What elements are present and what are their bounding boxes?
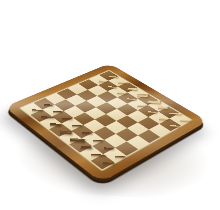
product-photo: ♜♞♟♝♟♛♟♚♟♝♟♞♟♟♜♟♟♜♟♟♞♟♝♟♛♟♚♟♝♟♞♜ <box>0 0 220 210</box>
